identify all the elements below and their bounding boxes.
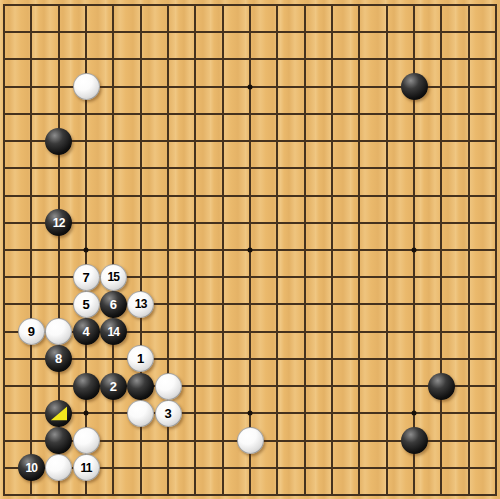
grid-line-horizontal	[3, 358, 497, 360]
move-number: 14	[107, 326, 119, 338]
white-stone[interactable]	[73, 427, 100, 454]
move-number: 3	[164, 407, 171, 420]
move-number: 2	[110, 380, 117, 393]
move-number: 5	[82, 298, 89, 311]
black-stone[interactable]: 2	[100, 373, 127, 400]
triangle-marker-icon	[50, 406, 67, 421]
black-stone[interactable]: 10	[18, 454, 45, 481]
white-stone[interactable]: 15	[100, 264, 127, 291]
white-stone[interactable]: 1	[127, 345, 154, 372]
white-stone[interactable]	[73, 73, 100, 100]
move-number: 8	[55, 352, 62, 365]
star-point	[248, 411, 253, 416]
star-point	[84, 248, 89, 253]
grid-line-vertical	[304, 4, 306, 496]
move-number: 6	[110, 298, 117, 311]
black-stone[interactable]	[45, 128, 72, 155]
white-stone[interactable]: 13	[127, 291, 154, 318]
go-diagram: 127155613941481231011	[0, 0, 500, 499]
black-stone[interactable]	[45, 427, 72, 454]
black-stone[interactable]	[401, 73, 428, 100]
white-stone[interactable]: 9	[18, 318, 45, 345]
black-stone[interactable]	[45, 400, 72, 427]
white-stone[interactable]: 3	[155, 400, 182, 427]
white-stone[interactable]	[155, 373, 182, 400]
white-stone[interactable]: 5	[73, 291, 100, 318]
move-number: 15	[107, 271, 119, 283]
star-point	[412, 248, 417, 253]
grid-line-vertical	[440, 4, 442, 496]
grid-line-horizontal	[3, 494, 497, 496]
move-number: 10	[25, 462, 37, 474]
move-number: 13	[135, 298, 147, 310]
black-stone[interactable]	[73, 373, 100, 400]
black-stone[interactable]	[401, 427, 428, 454]
white-stone[interactable]	[45, 454, 72, 481]
white-stone[interactable]	[237, 427, 264, 454]
star-point	[248, 84, 253, 89]
move-number: 12	[53, 217, 65, 229]
move-number: 1	[137, 352, 144, 365]
grid-line-vertical	[495, 4, 497, 496]
grid-line-vertical	[276, 4, 278, 496]
move-number: 9	[28, 325, 35, 338]
black-stone[interactable]: 8	[45, 345, 72, 372]
black-stone[interactable]: 6	[100, 291, 127, 318]
star-point	[412, 411, 417, 416]
black-stone[interactable]: 14	[100, 318, 127, 345]
white-stone[interactable]	[45, 318, 72, 345]
black-stone[interactable]: 4	[73, 318, 100, 345]
move-number: 7	[82, 271, 89, 284]
black-stone[interactable]	[127, 373, 154, 400]
white-stone[interactable]: 7	[73, 264, 100, 291]
white-stone[interactable]	[127, 400, 154, 427]
black-stone[interactable]: 12	[45, 209, 72, 236]
grid-line-vertical	[331, 4, 333, 496]
grid-line-vertical	[468, 4, 470, 496]
star-point	[84, 411, 89, 416]
move-number: 4	[82, 325, 89, 338]
grid-line-vertical	[358, 4, 360, 496]
black-stone[interactable]	[428, 373, 455, 400]
go-board[interactable]: 127155613941481231011	[0, 0, 500, 499]
grid-line-vertical	[386, 4, 388, 496]
star-point	[248, 248, 253, 253]
move-number: 11	[80, 462, 91, 474]
white-stone[interactable]: 11	[73, 454, 100, 481]
